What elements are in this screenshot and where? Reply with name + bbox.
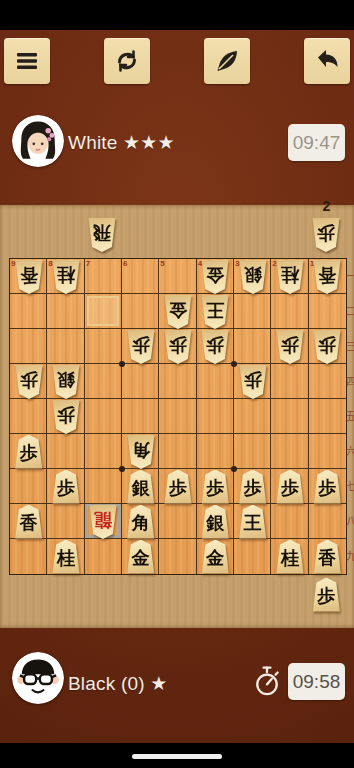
white-piece-歩[interactable]: 歩 bbox=[159, 329, 196, 364]
square-3六[interactable] bbox=[234, 434, 271, 469]
undo-button[interactable] bbox=[304, 38, 350, 84]
white-piece-金[interactable]: 金 bbox=[159, 294, 196, 329]
black-hand-歩[interactable]: 歩 bbox=[308, 576, 345, 613]
feather-icon bbox=[213, 47, 241, 75]
black-stars: ★ bbox=[150, 673, 167, 694]
white-piece-角[interactable]: 角 bbox=[122, 434, 159, 469]
black-piece-歩[interactable]: 歩 bbox=[309, 469, 346, 504]
white-piece-歩[interactable]: 歩 bbox=[10, 364, 47, 399]
undo-icon bbox=[313, 47, 341, 75]
rank-label: 四 bbox=[346, 374, 354, 389]
white-hand-飛[interactable]: 飛 bbox=[84, 216, 121, 253]
white-stars: ★★★ bbox=[123, 132, 175, 153]
square-7一[interactable] bbox=[85, 259, 122, 294]
square-1六[interactable] bbox=[309, 434, 346, 469]
square-9九[interactable] bbox=[10, 539, 47, 574]
rank-label: 九 bbox=[346, 549, 354, 564]
white-avatar bbox=[12, 115, 64, 167]
board-grid: 香桂金銀桂香金王歩歩歩歩歩歩銀歩歩角龍歩歩銀歩歩歩歩歩香角銀王桂金金桂香 bbox=[9, 258, 347, 575]
black-piece-歩[interactable]: 歩 bbox=[197, 469, 234, 504]
square-1八[interactable] bbox=[309, 504, 346, 539]
black-piece-歩[interactable]: 歩 bbox=[159, 469, 196, 504]
black-piece-歩[interactable]: 歩 bbox=[47, 469, 84, 504]
square-2八[interactable] bbox=[271, 504, 308, 539]
rank-label: 五 bbox=[346, 409, 354, 424]
shogi-app: White ★★★ 09:47 香桂金銀桂香金王歩歩歩歩歩歩銀歩歩角龍歩歩銀歩歩… bbox=[0, 0, 354, 768]
white-piece-歩[interactable]: 歩 bbox=[47, 399, 84, 434]
black-piece-桂[interactable]: 桂 bbox=[271, 539, 308, 574]
black-avatar bbox=[12, 652, 64, 704]
square-2六[interactable] bbox=[271, 434, 308, 469]
white-piece-香[interactable]: 香 bbox=[309, 259, 346, 294]
black-piece-歩[interactable]: 歩 bbox=[271, 469, 308, 504]
rank-label: 七 bbox=[346, 479, 354, 494]
bottom-nav-bar bbox=[0, 743, 354, 768]
square-7五[interactable] bbox=[85, 399, 122, 434]
square-1四[interactable] bbox=[309, 364, 346, 399]
black-piece-銀[interactable]: 銀 bbox=[197, 504, 234, 539]
square-7九[interactable] bbox=[85, 539, 122, 574]
file-label: 2 bbox=[272, 259, 276, 268]
black-piece-歩[interactable]: 歩 bbox=[234, 469, 271, 504]
white-piece-香[interactable]: 香 bbox=[10, 259, 47, 294]
white-piece-歩[interactable]: 歩 bbox=[122, 329, 159, 364]
square-5六[interactable] bbox=[159, 434, 196, 469]
square-3三[interactable] bbox=[234, 329, 271, 364]
square-8八[interactable] bbox=[47, 504, 84, 539]
white-piece-歩[interactable]: 歩 bbox=[271, 329, 308, 364]
square-8六[interactable] bbox=[47, 434, 84, 469]
white-player-name: White ★★★ bbox=[68, 131, 175, 154]
white-piece-銀[interactable]: 銀 bbox=[234, 259, 271, 294]
rank-label: 一 bbox=[346, 269, 354, 284]
rank-label: 三 bbox=[346, 339, 354, 354]
square-8二[interactable] bbox=[47, 294, 84, 329]
square-2二[interactable] bbox=[271, 294, 308, 329]
feather-button[interactable] bbox=[204, 38, 250, 84]
white-piece-歩[interactable]: 歩 bbox=[197, 329, 234, 364]
square-5九[interactable] bbox=[159, 539, 196, 574]
file-label: 6 bbox=[123, 259, 127, 268]
file-label: 7 bbox=[86, 259, 90, 268]
file-label: 5 bbox=[160, 259, 164, 268]
square-6一[interactable] bbox=[122, 259, 159, 294]
square-5八[interactable] bbox=[159, 504, 196, 539]
black-piece-王[interactable]: 王 bbox=[234, 504, 271, 539]
file-label: 4 bbox=[198, 259, 202, 268]
captured-count: 2 bbox=[308, 198, 345, 214]
square-5五[interactable] bbox=[159, 399, 196, 434]
sync-button[interactable] bbox=[104, 38, 150, 84]
gesture-handle[interactable] bbox=[132, 754, 222, 759]
black-piece-角[interactable]: 角 bbox=[122, 504, 159, 539]
square-9二[interactable] bbox=[10, 294, 47, 329]
square-4六[interactable] bbox=[197, 434, 234, 469]
white-piece-銀[interactable]: 銀 bbox=[47, 364, 84, 399]
square-7四[interactable] bbox=[85, 364, 122, 399]
square-6四[interactable] bbox=[122, 364, 159, 399]
file-label: 8 bbox=[48, 259, 52, 268]
square-7六[interactable] bbox=[85, 434, 122, 469]
square-2五[interactable] bbox=[271, 399, 308, 434]
square-4五[interactable] bbox=[197, 399, 234, 434]
status-bar bbox=[0, 0, 354, 30]
white-clock: 09:47 bbox=[288, 124, 345, 161]
black-piece-桂[interactable]: 桂 bbox=[47, 539, 84, 574]
menu-icon bbox=[14, 48, 40, 74]
square-9三[interactable] bbox=[10, 329, 47, 364]
square-5四[interactable] bbox=[159, 364, 196, 399]
white-piece-歩[interactable]: 歩 bbox=[234, 364, 271, 399]
white-hand-歩[interactable]: 歩 bbox=[308, 216, 345, 253]
square-8三[interactable] bbox=[47, 329, 84, 364]
black-player-name: Black (0) ★ bbox=[68, 672, 167, 695]
square-1五[interactable] bbox=[309, 399, 346, 434]
square-3九[interactable] bbox=[234, 539, 271, 574]
square-1二[interactable] bbox=[309, 294, 346, 329]
square-7七[interactable] bbox=[85, 469, 122, 504]
black-piece-香[interactable]: 香 bbox=[309, 539, 346, 574]
file-label: 3 bbox=[235, 259, 239, 268]
square-2四[interactable] bbox=[271, 364, 308, 399]
menu-button[interactable] bbox=[4, 38, 50, 84]
square-7三[interactable] bbox=[85, 329, 122, 364]
black-piece-歩[interactable]: 歩 bbox=[10, 434, 47, 469]
square-3二[interactable] bbox=[234, 294, 271, 329]
white-piece-歩[interactable]: 歩 bbox=[309, 329, 346, 364]
black-piece-香[interactable]: 香 bbox=[10, 504, 47, 539]
square-4四[interactable] bbox=[197, 364, 234, 399]
square-3五[interactable] bbox=[234, 399, 271, 434]
white-piece-金[interactable]: 金 bbox=[197, 259, 234, 294]
rank-label: 二 bbox=[346, 304, 354, 319]
rank-label: 八 bbox=[346, 514, 354, 529]
file-label: 1 bbox=[310, 259, 314, 268]
square-6二[interactable] bbox=[122, 294, 159, 329]
sync-icon bbox=[113, 47, 141, 75]
black-piece-金[interactable]: 金 bbox=[197, 539, 234, 574]
black-piece-金[interactable]: 金 bbox=[122, 539, 159, 574]
square-9七[interactable] bbox=[10, 469, 47, 504]
file-label: 9 bbox=[11, 259, 15, 268]
stopwatch-icon bbox=[253, 666, 281, 701]
rank-label: 六 bbox=[346, 444, 354, 459]
square-6五[interactable] bbox=[122, 399, 159, 434]
black-piece-銀[interactable]: 銀 bbox=[122, 469, 159, 504]
square-9五[interactable] bbox=[10, 399, 47, 434]
white-piece-龍[interactable]: 龍 bbox=[85, 504, 122, 539]
black-clock: 09:58 bbox=[288, 663, 345, 700]
white-piece-王[interactable]: 王 bbox=[197, 294, 234, 329]
square-7二[interactable] bbox=[85, 294, 122, 329]
